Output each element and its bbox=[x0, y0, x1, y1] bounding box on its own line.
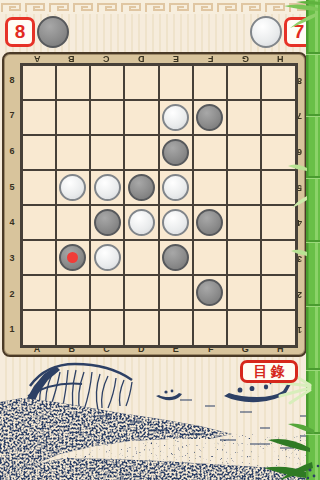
dark-disc bbox=[59, 244, 86, 271]
light-disc bbox=[162, 104, 189, 131]
light-player-disc-icon bbox=[250, 16, 282, 48]
cell-g2[interactable] bbox=[227, 275, 261, 310]
cell-g5[interactable] bbox=[227, 170, 261, 205]
cell-f5[interactable] bbox=[193, 170, 227, 205]
cell-a5[interactable] bbox=[22, 170, 56, 205]
cell-h1[interactable] bbox=[261, 310, 295, 345]
cell-d8[interactable] bbox=[124, 65, 158, 100]
dark-disc bbox=[196, 104, 223, 131]
cell-c7[interactable] bbox=[90, 100, 124, 135]
coordinate-label: 6 bbox=[297, 147, 302, 156]
coordinate-label: 5 bbox=[9, 183, 14, 192]
cell-c3[interactable] bbox=[90, 240, 124, 275]
game-board: ABCDEFGH 87654321 87654321 ABCDEFGH bbox=[2, 52, 307, 357]
coordinate-label: 1 bbox=[297, 325, 302, 334]
cell-g7[interactable] bbox=[227, 100, 261, 135]
cell-d4[interactable] bbox=[124, 205, 158, 240]
light-score-box: 7 bbox=[284, 17, 314, 47]
cell-c5[interactable] bbox=[90, 170, 124, 205]
coordinate-label: 4 bbox=[297, 218, 302, 227]
coordinate-label: 7 bbox=[9, 111, 14, 120]
cell-e1[interactable] bbox=[159, 310, 193, 345]
light-disc bbox=[162, 174, 189, 201]
cell-a4[interactable] bbox=[22, 205, 56, 240]
cell-d7[interactable] bbox=[124, 100, 158, 135]
dark-score-box: 8 bbox=[5, 17, 35, 47]
cell-c2[interactable] bbox=[90, 275, 124, 310]
coordinate-label: 7 bbox=[297, 111, 302, 120]
rank-labels-left: 87654321 bbox=[6, 63, 18, 348]
cell-f2[interactable] bbox=[193, 275, 227, 310]
shore bbox=[0, 398, 320, 480]
cell-a8[interactable] bbox=[22, 65, 56, 100]
dark-disc bbox=[196, 209, 223, 236]
coordinate-label: 4 bbox=[9, 218, 14, 227]
cell-g1[interactable] bbox=[227, 310, 261, 345]
cell-e7[interactable] bbox=[159, 100, 193, 135]
cell-b2[interactable] bbox=[56, 275, 90, 310]
dark-disc bbox=[196, 279, 223, 306]
coordinate-label: 1 bbox=[9, 325, 14, 334]
cell-b5[interactable] bbox=[56, 170, 90, 205]
cell-c4[interactable] bbox=[90, 205, 124, 240]
cell-a1[interactable] bbox=[22, 310, 56, 345]
cell-h8[interactable] bbox=[261, 65, 295, 100]
cell-d5[interactable] bbox=[124, 170, 158, 205]
coordinate-label: 3 bbox=[297, 254, 302, 263]
cell-h5[interactable] bbox=[261, 170, 295, 205]
dark-disc bbox=[162, 139, 189, 166]
cell-e8[interactable] bbox=[159, 65, 193, 100]
menu-button-label: 目錄 bbox=[254, 363, 288, 381]
light-disc bbox=[94, 244, 121, 271]
light-disc bbox=[128, 209, 155, 236]
cell-h6[interactable] bbox=[261, 135, 295, 170]
cell-b4[interactable] bbox=[56, 205, 90, 240]
cell-b1[interactable] bbox=[56, 310, 90, 345]
dark-disc bbox=[128, 174, 155, 201]
dark-score-value: 8 bbox=[15, 21, 26, 43]
coordinate-label: 8 bbox=[297, 76, 302, 85]
cell-g8[interactable] bbox=[227, 65, 261, 100]
cell-d6[interactable] bbox=[124, 135, 158, 170]
dark-disc bbox=[94, 209, 121, 236]
cell-f7[interactable] bbox=[193, 100, 227, 135]
light-disc bbox=[59, 174, 86, 201]
cell-f1[interactable] bbox=[193, 310, 227, 345]
coordinate-label: 8 bbox=[9, 76, 14, 85]
cell-e4[interactable] bbox=[159, 205, 193, 240]
dark-player-disc-icon bbox=[37, 16, 69, 48]
cell-f6[interactable] bbox=[193, 135, 227, 170]
cell-h4[interactable] bbox=[261, 205, 295, 240]
cell-g6[interactable] bbox=[227, 135, 261, 170]
light-disc bbox=[94, 174, 121, 201]
cell-f4[interactable] bbox=[193, 205, 227, 240]
coordinate-label: 3 bbox=[9, 254, 14, 263]
cell-a7[interactable] bbox=[22, 100, 56, 135]
cell-e5[interactable] bbox=[159, 170, 193, 205]
board-grid bbox=[20, 63, 298, 348]
cell-h3[interactable] bbox=[261, 240, 295, 275]
cell-d2[interactable] bbox=[124, 275, 158, 310]
last-move-marker bbox=[67, 252, 78, 263]
cell-d1[interactable] bbox=[124, 310, 158, 345]
cell-a6[interactable] bbox=[22, 135, 56, 170]
cell-a3[interactable] bbox=[22, 240, 56, 275]
coordinate-label: 6 bbox=[9, 147, 14, 156]
cell-g4[interactable] bbox=[227, 205, 261, 240]
coordinate-label: 2 bbox=[297, 290, 302, 299]
app-screen: 8 7 ABCDEFGH 87654321 87654321 ABCDEFGH … bbox=[0, 0, 320, 480]
cell-b8[interactable] bbox=[56, 65, 90, 100]
cell-h7[interactable] bbox=[261, 100, 295, 135]
cell-e2[interactable] bbox=[159, 275, 193, 310]
coordinate-label: 5 bbox=[297, 183, 302, 192]
cell-b7[interactable] bbox=[56, 100, 90, 135]
cell-a2[interactable] bbox=[22, 275, 56, 310]
cell-c8[interactable] bbox=[90, 65, 124, 100]
cell-e3[interactable] bbox=[159, 240, 193, 275]
cell-b3[interactable] bbox=[56, 240, 90, 275]
cell-g3[interactable] bbox=[227, 240, 261, 275]
coordinate-label: 2 bbox=[9, 290, 14, 299]
cell-f3[interactable] bbox=[193, 240, 227, 275]
cell-f8[interactable] bbox=[193, 65, 227, 100]
cell-c6[interactable] bbox=[90, 135, 124, 170]
cell-c1[interactable] bbox=[90, 310, 124, 345]
menu-button[interactable]: 目錄 bbox=[240, 360, 298, 383]
light-disc bbox=[162, 209, 189, 236]
dark-disc bbox=[162, 244, 189, 271]
cell-h2[interactable] bbox=[261, 275, 295, 310]
cell-e6[interactable] bbox=[159, 135, 193, 170]
cell-d3[interactable] bbox=[124, 240, 158, 275]
meander-border-decoration bbox=[0, 0, 320, 14]
light-score-value: 7 bbox=[294, 21, 305, 43]
cell-b6[interactable] bbox=[56, 135, 90, 170]
